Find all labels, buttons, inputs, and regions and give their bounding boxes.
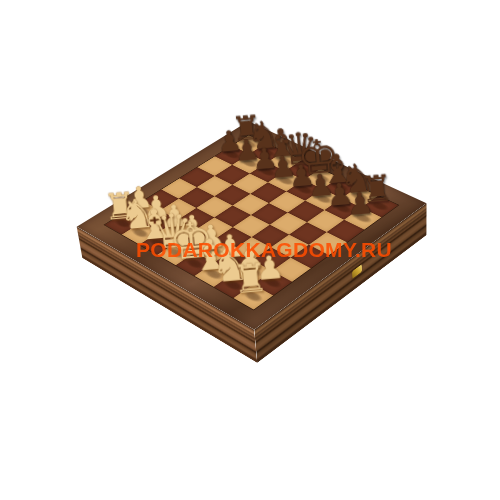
product-photo: ♜♞♝♛♚♝♞♜♟♟♟♟♟♟♟♟♟♟♟♟♟♟♟♟♜♞♝♛♚♝♞♜ PODAROK… xyxy=(0,0,500,500)
chess-box: ♜♞♝♛♚♝♞♜♟♟♟♟♟♟♟♟♟♟♟♟♟♟♟♟♜♞♝♛♚♝♞♜ xyxy=(77,121,427,329)
watermark-text: PODAROKKAGDOMY.RU xyxy=(136,238,392,262)
scene: ♜♞♝♛♚♝♞♜♟♟♟♟♟♟♟♟♟♟♟♟♟♟♟♟♜♞♝♛♚♝♞♜ xyxy=(117,81,386,350)
piece-white-rook-h1: ♜ xyxy=(205,255,295,301)
brass-latch-icon xyxy=(352,264,362,278)
square-f5 xyxy=(270,213,307,235)
